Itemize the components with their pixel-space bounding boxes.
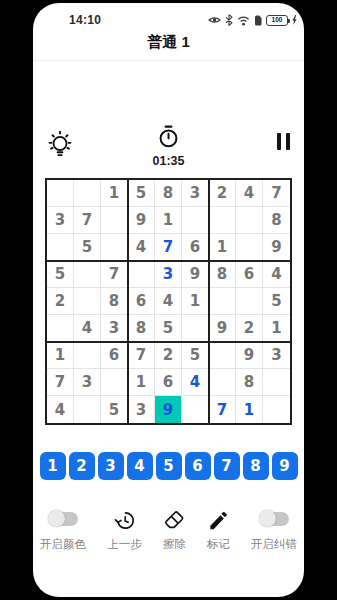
numpad-button-6[interactable]: 6 bbox=[185, 452, 211, 480]
error-check-toggle[interactable]: 开启纠错 bbox=[251, 508, 297, 552]
sudoku-cell-r7c5[interactable]: 2 bbox=[155, 342, 182, 369]
numpad: 123456789 bbox=[33, 452, 304, 480]
timer-text: 01:35 bbox=[153, 154, 185, 168]
sudoku-cell-r4c5[interactable]: 3 bbox=[155, 261, 182, 288]
sudoku-cell-r7c2[interactable] bbox=[74, 342, 101, 369]
numpad-button-3[interactable]: 3 bbox=[98, 452, 124, 480]
sudoku-cell-r9c8[interactable]: 1 bbox=[236, 396, 263, 423]
sudoku-cell-r4c6[interactable]: 9 bbox=[182, 261, 209, 288]
sudoku-cell-r6c9[interactable]: 1 bbox=[263, 315, 290, 342]
sudoku-cell-r9c6[interactable] bbox=[182, 396, 209, 423]
sudoku-cell-r5c2[interactable] bbox=[74, 288, 101, 315]
header: 普通 1 bbox=[33, 33, 304, 61]
sudoku-cell-r3c9[interactable]: 9 bbox=[263, 234, 290, 261]
error-check-toggle-switch[interactable] bbox=[260, 512, 289, 526]
sudoku-cell-r8c6[interactable]: 4 bbox=[182, 369, 209, 396]
battery-icon: 100 bbox=[266, 15, 288, 26]
erase-button[interactable]: 擦除 bbox=[163, 508, 186, 552]
color-toggle-label: 开启颜色 bbox=[40, 537, 86, 552]
undo-button[interactable]: 上一步 bbox=[107, 508, 142, 552]
numpad-button-4[interactable]: 4 bbox=[127, 452, 153, 480]
sudoku-cell-r5c8[interactable] bbox=[236, 288, 263, 315]
sudoku-cell-r9c3[interactable]: 5 bbox=[101, 396, 128, 423]
sudoku-cell-r1c2[interactable] bbox=[74, 180, 101, 207]
numpad-button-7[interactable]: 7 bbox=[214, 452, 240, 480]
box-divider-vertical bbox=[127, 180, 129, 423]
sudoku-cell-r1c4[interactable]: 5 bbox=[128, 180, 155, 207]
sudoku-cell-r6c2[interactable]: 4 bbox=[74, 315, 101, 342]
sudoku-cell-r9c2[interactable] bbox=[74, 396, 101, 423]
status-time: 14:10 bbox=[69, 13, 101, 27]
sudoku-cell-r9c9[interactable] bbox=[263, 396, 290, 423]
sudoku-cell-r4c2[interactable] bbox=[74, 261, 101, 288]
color-toggle-knob bbox=[48, 510, 65, 527]
pause-icon bbox=[286, 133, 291, 150]
pause-button[interactable] bbox=[277, 133, 291, 150]
pause-icon bbox=[277, 133, 282, 150]
status-icons: 100 bbox=[208, 14, 297, 26]
sudoku-cell-r5c4[interactable]: 6 bbox=[128, 288, 155, 315]
sudoku-cell-r1c6[interactable]: 3 bbox=[182, 180, 209, 207]
sudoku-cell-r5c3[interactable]: 8 bbox=[101, 288, 128, 315]
sudoku-cell-r4c3[interactable]: 7 bbox=[101, 261, 128, 288]
sudoku-cell-r5c7[interactable] bbox=[209, 288, 236, 315]
sudoku-cell-r4c1[interactable]: 5 bbox=[47, 261, 74, 288]
sudoku-cell-r5c5[interactable]: 4 bbox=[155, 288, 182, 315]
sudoku-cell-r6c6[interactable] bbox=[182, 315, 209, 342]
numpad-button-9[interactable]: 9 bbox=[272, 452, 298, 480]
bluetooth-icon bbox=[225, 14, 233, 26]
sudoku-cell-r7c4[interactable]: 7 bbox=[128, 342, 155, 369]
game-toolbar: 01:35 bbox=[33, 124, 304, 170]
sudoku-cell-r2c5[interactable]: 1 bbox=[155, 207, 182, 234]
sudoku-cell-r9c4[interactable]: 3 bbox=[128, 396, 155, 423]
sudoku-cell-r7c8[interactable]: 9 bbox=[236, 342, 263, 369]
error-check-toggle-label: 开启纠错 bbox=[251, 537, 297, 552]
page-title: 普通 1 bbox=[147, 33, 190, 50]
sudoku-cell-r4c8[interactable]: 6 bbox=[236, 261, 263, 288]
sudoku-cell-r3c1[interactable] bbox=[47, 234, 74, 261]
hint-button[interactable] bbox=[46, 128, 74, 162]
phone-frame: 14:10 100 普通 1 bbox=[0, 0, 337, 600]
lightbulb-icon bbox=[46, 128, 74, 160]
sudoku-cell-r5c1[interactable]: 2 bbox=[47, 288, 74, 315]
error-check-toggle-knob bbox=[259, 510, 276, 527]
sudoku-cell-r8c3[interactable] bbox=[101, 369, 128, 396]
sudoku-cell-r7c9[interactable]: 3 bbox=[263, 342, 290, 369]
mark-button[interactable]: 标记 bbox=[207, 508, 230, 552]
sudoku-cell-r1c1[interactable] bbox=[47, 180, 74, 207]
sudoku-cell-r2c9[interactable]: 8 bbox=[263, 207, 290, 234]
sudoku-cell-r6c5[interactable]: 5 bbox=[155, 315, 182, 342]
color-toggle[interactable]: 开启颜色 bbox=[40, 508, 86, 552]
sudoku-cell-r3c5[interactable]: 7 bbox=[155, 234, 182, 261]
sudoku-cell-r9c5[interactable]: 9 bbox=[155, 396, 182, 423]
sudoku-cell-r3c3[interactable] bbox=[101, 234, 128, 261]
sudoku-cell-r2c3[interactable] bbox=[101, 207, 128, 234]
erase-label: 擦除 bbox=[163, 537, 186, 552]
sudoku-cell-r1c9[interactable]: 7 bbox=[263, 180, 290, 207]
numpad-button-1[interactable]: 1 bbox=[40, 452, 66, 480]
box-divider-horizontal bbox=[47, 341, 290, 343]
sudoku-cell-r2c8[interactable] bbox=[236, 207, 263, 234]
sudoku-cell-r8c1[interactable]: 7 bbox=[47, 369, 74, 396]
undo-label: 上一步 bbox=[107, 537, 142, 552]
sudoku-cell-r1c5[interactable]: 8 bbox=[155, 180, 182, 207]
sudoku-cell-r7c6[interactable]: 5 bbox=[182, 342, 209, 369]
charging-bolt-icon bbox=[292, 15, 297, 25]
sudoku-cell-r9c1[interactable]: 4 bbox=[47, 396, 74, 423]
sudoku-cell-r6c8[interactable]: 2 bbox=[236, 315, 263, 342]
sudoku-cell-r2c1[interactable]: 3 bbox=[47, 207, 74, 234]
sudoku-cell-r3c7[interactable]: 1 bbox=[209, 234, 236, 261]
numpad-button-2[interactable]: 2 bbox=[69, 452, 95, 480]
sudoku-cell-r4c4[interactable] bbox=[128, 261, 155, 288]
numpad-button-5[interactable]: 5 bbox=[156, 452, 182, 480]
numpad-button-8[interactable]: 8 bbox=[243, 452, 269, 480]
color-toggle-switch[interactable] bbox=[49, 512, 78, 526]
sudoku-cell-r3c6[interactable]: 6 bbox=[182, 234, 209, 261]
sudoku-cell-r3c8[interactable] bbox=[236, 234, 263, 261]
timer: 01:35 bbox=[153, 124, 185, 168]
sudoku-cell-r2c4[interactable]: 9 bbox=[128, 207, 155, 234]
sudoku-cell-r1c8[interactable]: 4 bbox=[236, 180, 263, 207]
sudoku-cell-r6c1[interactable] bbox=[47, 315, 74, 342]
sudoku-cell-r7c7[interactable] bbox=[209, 342, 236, 369]
pencil-icon bbox=[207, 509, 230, 532]
bottom-toolbar: 开启颜色 上一步 bbox=[33, 508, 304, 552]
sudoku-cell-r2c7[interactable] bbox=[209, 207, 236, 234]
mark-label: 标记 bbox=[207, 537, 230, 552]
sudoku-cell-r3c2[interactable]: 5 bbox=[74, 234, 101, 261]
sudoku-cell-r6c3[interactable]: 3 bbox=[101, 315, 128, 342]
sudoku-board: 1583247379185476195739864286415438592116… bbox=[45, 178, 292, 425]
box-divider-horizontal bbox=[47, 260, 290, 262]
sudoku-cell-r4c9[interactable]: 4 bbox=[263, 261, 290, 288]
battery-level: 100 bbox=[272, 17, 283, 24]
sudoku-cell-r9c7[interactable]: 7 bbox=[209, 396, 236, 423]
sudoku-cell-r8c5[interactable]: 6 bbox=[155, 369, 182, 396]
undo-history-icon bbox=[113, 509, 136, 532]
sudoku-grid: 1583247379185476195739864286415438592116… bbox=[47, 180, 290, 423]
sudoku-cell-r7c3[interactable]: 6 bbox=[101, 342, 128, 369]
sudoku-cell-r5c9[interactable]: 5 bbox=[263, 288, 290, 315]
wifi-icon bbox=[237, 15, 250, 26]
eraser-icon bbox=[163, 509, 186, 532]
sudoku-cell-r2c6[interactable] bbox=[182, 207, 209, 234]
sim-icon bbox=[254, 15, 262, 26]
sudoku-cell-r2c2[interactable]: 7 bbox=[74, 207, 101, 234]
sudoku-cell-r5c6[interactable]: 1 bbox=[182, 288, 209, 315]
sudoku-cell-r1c3[interactable]: 1 bbox=[101, 180, 128, 207]
sudoku-cell-r8c8[interactable]: 8 bbox=[236, 369, 263, 396]
sudoku-cell-r6c7[interactable]: 9 bbox=[209, 315, 236, 342]
sudoku-cell-r4c7[interactable]: 8 bbox=[209, 261, 236, 288]
eye-icon bbox=[208, 15, 221, 25]
sudoku-cell-r1c7[interactable]: 2 bbox=[209, 180, 236, 207]
sudoku-cell-r8c7[interactable] bbox=[209, 369, 236, 396]
sudoku-cell-r8c4[interactable]: 1 bbox=[128, 369, 155, 396]
sudoku-cell-r8c2[interactable]: 3 bbox=[74, 369, 101, 396]
app-screen: 14:10 100 普通 1 bbox=[33, 3, 304, 597]
sudoku-cell-r8c9[interactable] bbox=[263, 369, 290, 396]
sudoku-cell-r3c4[interactable]: 4 bbox=[128, 234, 155, 261]
box-divider-vertical bbox=[208, 180, 210, 423]
sudoku-cell-r7c1[interactable]: 1 bbox=[47, 342, 74, 369]
status-bar: 14:10 100 bbox=[33, 3, 304, 28]
stopwatch-icon bbox=[156, 124, 181, 149]
sudoku-cell-r6c4[interactable]: 8 bbox=[128, 315, 155, 342]
